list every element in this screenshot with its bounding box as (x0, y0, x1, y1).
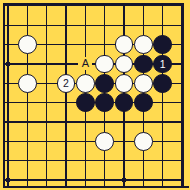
star-point (6, 178, 11, 183)
go-board-diagram: A12 (0, 0, 190, 190)
black-stone (95, 74, 114, 93)
white-stone (134, 132, 153, 151)
go-board: A12 (0, 0, 190, 190)
grid-line-horizontal (3, 121, 184, 122)
point-label-A: A (78, 57, 92, 70)
white-stone (18, 35, 37, 54)
black-stone (134, 55, 153, 74)
board-top-edge (3, 3, 184, 6)
black-stone (115, 93, 134, 112)
white-stone (95, 132, 114, 151)
white-stone (18, 74, 37, 93)
white-stone (134, 35, 153, 54)
white-stone (134, 74, 153, 93)
black-stone (153, 35, 172, 54)
black-stone (134, 93, 153, 112)
diagram-left-border (3, 3, 5, 188)
black-stone (153, 74, 172, 93)
white-stone-move-2: 2 (57, 74, 76, 93)
star-point (122, 178, 127, 183)
diagram-bottom-border (3, 186, 189, 189)
grid-line-horizontal (3, 25, 184, 26)
black-stone (76, 93, 95, 112)
white-stone (115, 55, 134, 74)
black-stone-move-1: 1 (153, 55, 172, 74)
white-stone (76, 74, 95, 93)
grid-line-horizontal (3, 160, 184, 161)
grid-line-horizontal (3, 179, 184, 180)
white-stone (95, 55, 114, 74)
grid-line-horizontal (3, 141, 184, 142)
board-right-edge (181, 3, 184, 188)
white-stone (115, 74, 134, 93)
black-stone (95, 93, 114, 112)
star-point (6, 62, 11, 67)
white-stone (115, 35, 134, 54)
